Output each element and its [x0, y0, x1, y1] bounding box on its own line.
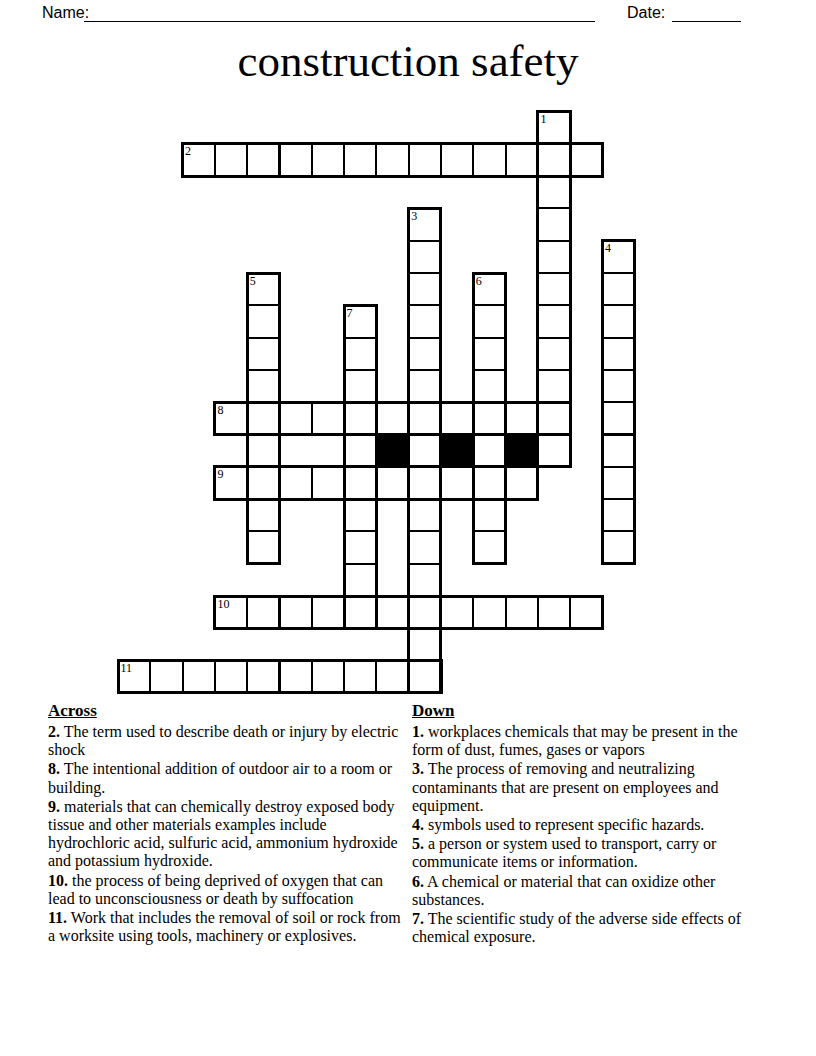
- answer-cell[interactable]: [602, 498, 636, 532]
- answer-cell[interactable]: [602, 401, 636, 435]
- answer-cell[interactable]: [505, 466, 539, 500]
- across-clues-column: Across 2. The term used to describe deat…: [48, 701, 402, 946]
- answer-cell[interactable]: [408, 660, 442, 694]
- down-clue-list: 1. workplaces chemicals that may be pres…: [412, 723, 762, 946]
- answer-cell[interactable]: [246, 434, 280, 468]
- clue: 7. The scientific study of the adverse s…: [412, 910, 762, 946]
- answer-cell[interactable]: [537, 369, 571, 403]
- answer-cell[interactable]: [505, 143, 539, 177]
- answer-cell[interactable]: [408, 434, 442, 468]
- clue-number-label: 1.: [412, 723, 424, 740]
- answer-cell[interactable]: [602, 272, 636, 306]
- answer-cell[interactable]: [375, 466, 409, 500]
- answer-cell[interactable]: [279, 660, 313, 694]
- answer-cell[interactable]: [505, 595, 539, 629]
- answer-cell[interactable]: [343, 530, 377, 564]
- answer-cell[interactable]: [375, 143, 409, 177]
- worksheet-page: Name: Date: construction safety 12345678…: [0, 0, 816, 1056]
- answer-cell[interactable]: [472, 337, 506, 371]
- clue-number: 1: [540, 113, 546, 125]
- answer-cell[interactable]: [602, 369, 636, 403]
- answer-cell[interactable]: [537, 337, 571, 371]
- answer-cell[interactable]: [408, 498, 442, 532]
- answer-cell[interactable]: [537, 175, 571, 209]
- answer-cell[interactable]: [537, 304, 571, 338]
- answer-cell[interactable]: [602, 304, 636, 338]
- answer-cell[interactable]: [472, 595, 506, 629]
- answer-cell[interactable]: [246, 466, 280, 500]
- answer-cell[interactable]: [537, 595, 571, 629]
- answer-cell[interactable]: [375, 660, 409, 694]
- date-blank-line[interactable]: [672, 2, 741, 22]
- answer-cell[interactable]: [311, 401, 345, 435]
- answer-cell[interactable]: [246, 401, 280, 435]
- crossword-grid: 1234567891011: [117, 111, 636, 695]
- answer-cell[interactable]: [537, 207, 571, 241]
- clue-number: 10: [217, 598, 229, 610]
- merged-answer-cell[interactable]: [279, 434, 346, 468]
- answer-cell[interactable]: [569, 595, 603, 629]
- answer-cell[interactable]: [408, 563, 442, 597]
- name-blank-line[interactable]: [84, 2, 595, 22]
- answer-cell[interactable]: [408, 595, 442, 629]
- clue: 5. a person or system used to transport,…: [412, 835, 762, 871]
- answer-cell[interactable]: [408, 240, 442, 274]
- answer-cell[interactable]: [408, 337, 442, 371]
- black-cell: [375, 434, 409, 468]
- answer-cell[interactable]: [343, 401, 377, 435]
- answer-cell[interactable]: [311, 595, 345, 629]
- answer-cell[interactable]: [537, 240, 571, 274]
- answer-cell[interactable]: [279, 143, 313, 177]
- answer-cell[interactable]: [408, 627, 442, 661]
- answer-cell[interactable]: [246, 337, 280, 371]
- answer-cell[interactable]: [343, 660, 377, 694]
- answer-cell[interactable]: [149, 660, 183, 694]
- clue: 8. The intentional addition of outdoor a…: [48, 760, 402, 796]
- answer-cell[interactable]: [537, 143, 571, 177]
- answer-cell[interactable]: [279, 595, 313, 629]
- clue: 9. materials that can chemically destroy…: [48, 798, 402, 871]
- clue: 6. A chemical or material that can oxidi…: [412, 873, 762, 909]
- answer-cell[interactable]: [440, 401, 474, 435]
- answer-cell[interactable]: [246, 660, 280, 694]
- answer-cell[interactable]: [408, 143, 442, 177]
- clue-number: 8: [217, 404, 223, 416]
- answer-cell[interactable]: [246, 369, 280, 403]
- answer-cell[interactable]: [343, 563, 377, 597]
- answer-cell[interactable]: [537, 401, 571, 435]
- down-clues-column: Down 1. workplaces chemicals that may be…: [412, 701, 762, 947]
- answer-cell[interactable]: [343, 434, 377, 468]
- across-heading: Across: [48, 701, 402, 720]
- clue-number-label: 7.: [412, 910, 424, 927]
- answer-cell[interactable]: [472, 530, 506, 564]
- answer-cell[interactable]: [472, 304, 506, 338]
- answer-cell[interactable]: [472, 466, 506, 500]
- answer-cell[interactable]: [440, 466, 474, 500]
- answer-cell[interactable]: [343, 498, 377, 532]
- clue-number: 3: [411, 210, 417, 222]
- clue-number-label: 5.: [412, 835, 424, 852]
- answer-cell[interactable]: [602, 466, 636, 500]
- clue-number: 6: [476, 275, 482, 287]
- clue: 2. The term used to describe death or in…: [48, 723, 402, 759]
- answer-cell[interactable]: [343, 337, 377, 371]
- clue-number: 7: [347, 307, 353, 319]
- black-cell: [505, 434, 539, 468]
- clue: 3. The process of removing and neutraliz…: [412, 760, 762, 815]
- answer-cell[interactable]: [375, 595, 409, 629]
- answer-cell[interactable]: [472, 434, 506, 468]
- answer-cell[interactable]: [214, 143, 248, 177]
- clue-number-label: 11.: [48, 909, 67, 926]
- clue-number: 11: [121, 662, 133, 674]
- answer-cell[interactable]: [505, 401, 539, 435]
- clue: 11. Work that includes the removal of so…: [48, 909, 402, 945]
- answer-cell[interactable]: [246, 595, 280, 629]
- answer-cell[interactable]: [246, 304, 280, 338]
- answer-cell[interactable]: [182, 660, 216, 694]
- answer-cell[interactable]: [472, 401, 506, 435]
- answer-cell[interactable]: [343, 369, 377, 403]
- clue: 1. workplaces chemicals that may be pres…: [412, 723, 762, 759]
- clue-number: 9: [217, 468, 223, 480]
- clue-number: 4: [605, 242, 611, 254]
- answer-cell[interactable]: [343, 595, 377, 629]
- answer-cell[interactable]: [408, 466, 442, 500]
- answer-cell[interactable]: [408, 530, 442, 564]
- across-clue-list: 2. The term used to describe death or in…: [48, 723, 402, 945]
- date-label: Date:: [627, 4, 665, 22]
- answer-cell[interactable]: [311, 143, 345, 177]
- answer-cell[interactable]: [311, 466, 345, 500]
- answer-cell[interactable]: [472, 498, 506, 532]
- answer-cell[interactable]: [440, 595, 474, 629]
- answer-cell[interactable]: [440, 143, 474, 177]
- answer-cell[interactable]: [311, 660, 345, 694]
- answer-cell[interactable]: [408, 401, 442, 435]
- answer-cell[interactable]: [343, 143, 377, 177]
- clue-number-label: 8.: [48, 760, 60, 777]
- answer-cell[interactable]: [472, 369, 506, 403]
- answer-cell[interactable]: [343, 466, 377, 500]
- answer-cell[interactable]: [246, 143, 280, 177]
- answer-cell[interactable]: [408, 304, 442, 338]
- answer-cell[interactable]: [602, 337, 636, 371]
- answer-cell[interactable]: [602, 434, 636, 468]
- down-heading: Down: [412, 701, 762, 720]
- answer-cell[interactable]: [408, 272, 442, 306]
- clue: 4. symbols used to represent specific ha…: [412, 816, 762, 834]
- puzzle-title: construction safety: [0, 37, 816, 87]
- answer-cell[interactable]: [246, 530, 280, 564]
- answer-cell[interactable]: [472, 143, 506, 177]
- clue-number-label: 6.: [412, 873, 424, 890]
- answer-cell[interactable]: [537, 272, 571, 306]
- answer-cell[interactable]: [569, 143, 603, 177]
- name-label: Name:: [42, 4, 89, 22]
- clue: 10. the process of being deprived of oxy…: [48, 872, 402, 908]
- clue-number-label: 4.: [412, 816, 424, 833]
- clue-number-label: 10.: [48, 872, 68, 889]
- clue-number-label: 2.: [48, 723, 60, 740]
- clue-number-label: 9.: [48, 798, 60, 815]
- answer-cell[interactable]: [279, 466, 313, 500]
- black-cell: [440, 434, 474, 468]
- clue-number: 2: [185, 145, 191, 157]
- answer-cell[interactable]: [602, 530, 636, 564]
- answer-cell[interactable]: [537, 434, 571, 468]
- answer-cell[interactable]: [246, 498, 280, 532]
- answer-cell[interactable]: [279, 401, 313, 435]
- clue-number-label: 3.: [412, 760, 424, 777]
- answer-cell[interactable]: [408, 369, 442, 403]
- answer-cell[interactable]: [375, 401, 409, 435]
- answer-cell[interactable]: [214, 660, 248, 694]
- clue-number: 5: [250, 275, 256, 287]
